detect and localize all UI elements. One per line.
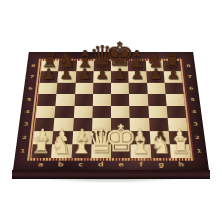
black-pawn-a7[interactable]: ♟ <box>42 67 55 82</box>
square-d6[interactable] <box>93 83 111 94</box>
rank-label-1: 1 <box>17 144 29 158</box>
square-b4[interactable] <box>55 106 74 118</box>
square-h6[interactable] <box>164 83 183 94</box>
file-label-d: d <box>91 161 111 167</box>
file-label-c: c <box>71 161 91 167</box>
playing-field: ♜♞♝♛♚♝♞♜♟♟♟♟♟♟♟♟♟♟♟♟♟♟♟♟♜♞♝♛♚♝♞♜ <box>31 61 190 158</box>
square-f6[interactable] <box>129 83 147 94</box>
file-label-f: f <box>131 161 151 167</box>
white-knight-g1[interactable]: ♞ <box>150 134 171 158</box>
square-c7[interactable]: ♟ <box>75 71 93 82</box>
black-pawn-h7[interactable]: ♟ <box>167 67 180 82</box>
square-c4[interactable] <box>73 106 92 118</box>
rank-label-8: 8 <box>28 61 39 72</box>
rank-label-6: 6 <box>186 83 197 94</box>
black-pawn-c7[interactable]: ♟ <box>78 67 91 82</box>
board-front-edge <box>12 170 210 179</box>
square-g6[interactable] <box>147 83 166 94</box>
rank-label-2: 2 <box>191 131 203 144</box>
rank-label-6: 6 <box>25 83 36 94</box>
black-pawn-f7[interactable]: ♟ <box>131 67 144 82</box>
square-g5[interactable] <box>147 94 166 106</box>
rank-label-5: 5 <box>187 94 198 106</box>
rank-label-4: 4 <box>189 106 201 118</box>
black-pawn-e7[interactable]: ♟ <box>113 67 126 82</box>
square-h5[interactable] <box>165 94 184 106</box>
square-f5[interactable] <box>129 94 148 106</box>
rank-label-1: 1 <box>193 144 205 158</box>
rank-label-7: 7 <box>27 71 38 82</box>
square-e5[interactable] <box>111 94 129 106</box>
file-label-a: a <box>30 161 51 167</box>
square-a5[interactable] <box>37 94 56 106</box>
square-d7[interactable]: ♟ <box>93 71 111 82</box>
square-h7[interactable]: ♟ <box>164 71 183 82</box>
square-c6[interactable] <box>75 83 93 94</box>
white-rook-a1[interactable]: ♜ <box>32 136 51 158</box>
square-a1[interactable]: ♜ <box>31 144 52 158</box>
rank-label-4: 4 <box>22 106 34 118</box>
white-rook-h1[interactable]: ♜ <box>171 136 190 158</box>
rank-label-2: 2 <box>18 131 30 144</box>
file-label-b: b <box>50 161 71 167</box>
rank-label-7: 7 <box>185 71 196 82</box>
square-a4[interactable] <box>36 106 56 118</box>
square-g1[interactable]: ♞ <box>150 144 171 158</box>
rank-label-8: 8 <box>183 61 194 72</box>
square-c5[interactable] <box>74 94 93 106</box>
black-pawn-b7[interactable]: ♟ <box>60 67 73 82</box>
file-label-e: e <box>111 161 131 167</box>
square-f7[interactable]: ♟ <box>129 71 147 82</box>
square-g7[interactable]: ♟ <box>146 71 164 82</box>
square-f1[interactable]: ♝ <box>131 144 151 158</box>
square-h1[interactable]: ♜ <box>170 144 191 158</box>
rank-label-3: 3 <box>20 118 32 131</box>
rank-label-5: 5 <box>23 94 34 106</box>
black-pawn-g7[interactable]: ♟ <box>149 67 162 82</box>
file-label-h: h <box>171 161 192 167</box>
square-e6[interactable] <box>111 83 129 94</box>
square-b7[interactable]: ♟ <box>58 71 76 82</box>
product-photo: ♜♞♝♛♚♝♞♜♟♟♟♟♟♟♟♟♟♟♟♟♟♟♟♟♜♞♝♛♚♝♞♜ abcdefg… <box>0 0 222 222</box>
square-d5[interactable] <box>93 94 111 106</box>
square-g4[interactable] <box>148 106 167 118</box>
square-b5[interactable] <box>56 94 75 106</box>
square-h4[interactable] <box>166 106 186 118</box>
rank-label-3: 3 <box>190 118 202 131</box>
scene: ♜♞♝♛♚♝♞♜♟♟♟♟♟♟♟♟♟♟♟♟♟♟♟♟♜♞♝♛♚♝♞♜ abcdefg… <box>0 0 222 222</box>
square-e7[interactable]: ♟ <box>111 71 129 82</box>
file-labels: abcdefgh <box>30 161 192 169</box>
white-bishop-f1[interactable]: ♝ <box>129 131 153 158</box>
square-b6[interactable] <box>57 83 76 94</box>
square-a6[interactable] <box>38 83 57 94</box>
square-a7[interactable]: ♟ <box>40 71 59 82</box>
chess-board: ♜♞♝♛♚♝♞♜♟♟♟♟♟♟♟♟♟♟♟♟♟♟♟♟♜♞♝♛♚♝♞♜ abcdefg… <box>13 52 209 170</box>
black-pawn-d7[interactable]: ♟ <box>95 67 108 82</box>
file-label-g: g <box>151 161 172 167</box>
